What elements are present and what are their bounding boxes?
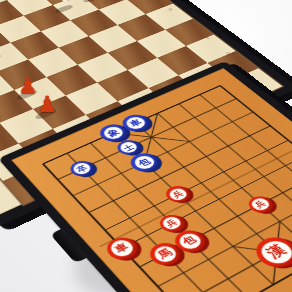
- chess-piece-glyph: ♜: [0, 115, 1, 144]
- janggi-piece-red: 兵: [155, 211, 188, 235]
- janggi-piece-red: 馬: [144, 239, 186, 270]
- product-photo-stage: 12345678 abcdefgh ♚♛♝♟♟♜♞♞♝♟♜♟ 象車卒士包兵車兵馬…: [0, 0, 292, 292]
- janggi-piece-character: 漢: [263, 242, 291, 263]
- janggi-piece-red: 兵: [244, 193, 277, 216]
- chess-coord-label: f: [205, 36, 211, 40]
- janggi-piece-character: 士: [121, 142, 136, 153]
- janggi-piece-character: 車: [127, 117, 145, 129]
- janggi-piece-character: 象: [104, 127, 122, 139]
- janggi-piece-character: 包: [179, 233, 200, 249]
- janggi-piece-character: 卒: [74, 163, 90, 174]
- janggi-piece-character: 兵: [170, 188, 186, 200]
- chess-coord-label: d: [167, 7, 174, 11]
- chess-coord-label: g: [224, 51, 231, 56]
- janggi-piece-red: 包: [169, 226, 210, 256]
- chess-coord-label: e: [185, 21, 192, 25]
- janggi-piece-character: 包: [135, 156, 154, 169]
- chess-piece-glyph: ♟: [26, 93, 69, 115]
- janggi-piece-red: 車: [101, 233, 142, 263]
- janggi-piece-character: 兵: [252, 198, 269, 210]
- janggi-piece-character: 兵: [163, 217, 180, 230]
- janggi-piece-character: 車: [112, 240, 133, 256]
- scene-3d: 12345678 abcdefgh ♚♛♝♟♟♜♞♞♝♟♜♟ 象車卒士包兵車兵馬…: [0, 0, 292, 292]
